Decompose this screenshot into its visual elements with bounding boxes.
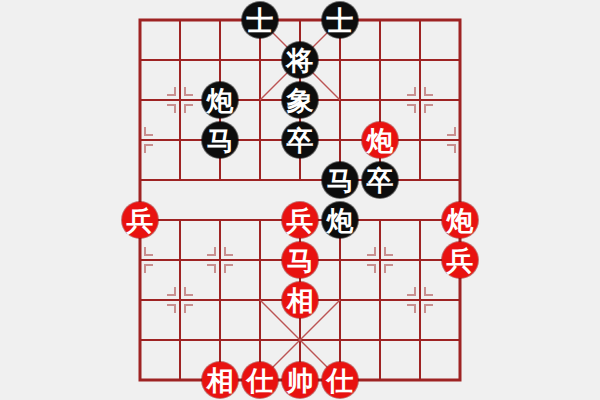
- piece-red-horse[interactable]: 马: [282, 242, 318, 278]
- piece-red-cannon[interactable]: 炮: [442, 202, 478, 238]
- piece-red-soldier[interactable]: 兵: [122, 202, 158, 238]
- piece-black-advisor[interactable]: 士: [322, 2, 358, 38]
- piece-red-elephant[interactable]: 相: [282, 282, 318, 318]
- piece-red-soldier[interactable]: 兵: [442, 242, 478, 278]
- xiangqi-board[interactable]: 士士将炮象马卒炮马卒兵兵炮炮马兵相相仕帅仕: [0, 0, 600, 400]
- piece-black-cannon[interactable]: 炮: [322, 202, 358, 238]
- piece-black-general[interactable]: 将: [282, 42, 318, 78]
- pieces-layer: 士士将炮象马卒炮马卒兵兵炮炮马兵相相仕帅仕: [120, 0, 480, 400]
- piece-red-advisor[interactable]: 仕: [322, 362, 358, 398]
- piece-red-cannon[interactable]: 炮: [362, 122, 398, 158]
- piece-black-horse[interactable]: 马: [322, 162, 358, 198]
- piece-red-advisor[interactable]: 仕: [242, 362, 278, 398]
- piece-black-soldier[interactable]: 卒: [362, 162, 398, 198]
- piece-red-soldier[interactable]: 兵: [282, 202, 318, 238]
- piece-red-general[interactable]: 帅: [282, 362, 318, 398]
- piece-black-horse[interactable]: 马: [202, 122, 238, 158]
- piece-black-cannon[interactable]: 炮: [202, 82, 238, 118]
- piece-black-elephant[interactable]: 象: [282, 82, 318, 118]
- piece-black-soldier[interactable]: 卒: [282, 122, 318, 158]
- xiangqi-screenshot: 士士将炮象马卒炮马卒兵兵炮炮马兵相相仕帅仕: [0, 0, 600, 400]
- piece-red-elephant[interactable]: 相: [202, 362, 238, 398]
- piece-black-advisor[interactable]: 士: [242, 2, 278, 38]
